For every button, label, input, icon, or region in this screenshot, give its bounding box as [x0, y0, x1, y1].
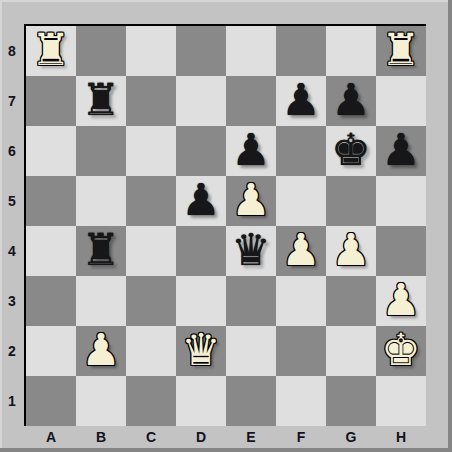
square-a3[interactable] [26, 276, 76, 326]
piece-white-pawn: ♟ [331, 228, 370, 272]
square-h4[interactable] [376, 226, 426, 276]
rank-label-2: 2 [0, 326, 24, 376]
square-f8[interactable] [276, 26, 326, 76]
piece-black-pawn: ♟ [281, 78, 320, 122]
piece-white-pawn: ♟ [381, 278, 420, 322]
file-label-e: E [226, 426, 276, 448]
square-g1[interactable] [326, 376, 376, 426]
square-h1[interactable] [376, 376, 426, 426]
square-g2[interactable] [326, 326, 376, 376]
square-b1[interactable] [76, 376, 126, 426]
piece-black-rook: ♜ [81, 78, 120, 122]
square-f2[interactable] [276, 326, 326, 376]
square-h8[interactable]: ♜ [376, 26, 426, 76]
piece-white-king: ♚ [381, 328, 420, 372]
square-a8[interactable]: ♜ [26, 26, 76, 76]
piece-white-rook: ♜ [31, 28, 70, 72]
square-b2[interactable]: ♟ [76, 326, 126, 376]
square-b8[interactable] [76, 26, 126, 76]
chess-board: ♜♜♜♟♟♟♚♟♟♟♜♛♟♟♟♟♛♚ [24, 24, 426, 426]
square-d5[interactable]: ♟ [176, 176, 226, 226]
square-d8[interactable] [176, 26, 226, 76]
file-label-c: C [126, 426, 176, 448]
piece-white-pawn: ♟ [281, 228, 320, 272]
file-label-d: D [176, 426, 226, 448]
file-label-a: A [26, 426, 76, 448]
square-f3[interactable] [276, 276, 326, 326]
piece-black-pawn: ♟ [331, 78, 370, 122]
square-f6[interactable] [276, 126, 326, 176]
square-a1[interactable] [26, 376, 76, 426]
square-d6[interactable] [176, 126, 226, 176]
rank-label-7: 7 [0, 76, 24, 126]
square-c1[interactable] [126, 376, 176, 426]
square-h2[interactable]: ♚ [376, 326, 426, 376]
square-a2[interactable] [26, 326, 76, 376]
square-d4[interactable] [176, 226, 226, 276]
piece-black-pawn: ♟ [231, 128, 270, 172]
square-c5[interactable] [126, 176, 176, 226]
chess-diagram-frame: 87654321 ♜♜♜♟♟♟♚♟♟♟♜♛♟♟♟♟♛♚ ABCDEFGH [0, 0, 452, 452]
square-b3[interactable] [76, 276, 126, 326]
square-d1[interactable] [176, 376, 226, 426]
file-label-f: F [276, 426, 326, 448]
rank-labels: 87654321 [0, 26, 24, 426]
square-c3[interactable] [126, 276, 176, 326]
square-h5[interactable] [376, 176, 426, 226]
square-a4[interactable] [26, 226, 76, 276]
square-e5[interactable]: ♟ [226, 176, 276, 226]
square-f4[interactable]: ♟ [276, 226, 326, 276]
square-e7[interactable] [226, 76, 276, 126]
square-e3[interactable] [226, 276, 276, 326]
square-d3[interactable] [176, 276, 226, 326]
file-label-h: H [376, 426, 426, 448]
square-b6[interactable] [76, 126, 126, 176]
rank-label-6: 6 [0, 126, 24, 176]
square-c6[interactable] [126, 126, 176, 176]
piece-black-rook: ♜ [81, 228, 120, 272]
file-label-g: G [326, 426, 376, 448]
square-g4[interactable]: ♟ [326, 226, 376, 276]
file-labels: ABCDEFGH [26, 426, 426, 452]
square-h7[interactable] [376, 76, 426, 126]
square-e6[interactable]: ♟ [226, 126, 276, 176]
square-f7[interactable]: ♟ [276, 76, 326, 126]
square-b4[interactable]: ♜ [76, 226, 126, 276]
square-e2[interactable] [226, 326, 276, 376]
piece-black-queen: ♛ [231, 228, 270, 272]
square-a7[interactable] [26, 76, 76, 126]
square-b7[interactable]: ♜ [76, 76, 126, 126]
square-h3[interactable]: ♟ [376, 276, 426, 326]
piece-white-pawn: ♟ [231, 178, 270, 222]
rank-label-3: 3 [0, 276, 24, 326]
piece-white-pawn: ♟ [81, 328, 120, 372]
square-e1[interactable] [226, 376, 276, 426]
square-g6[interactable]: ♚ [326, 126, 376, 176]
square-c2[interactable] [126, 326, 176, 376]
square-g3[interactable] [326, 276, 376, 326]
file-label-b: B [76, 426, 126, 448]
square-f1[interactable] [276, 376, 326, 426]
square-b5[interactable] [76, 176, 126, 226]
square-g5[interactable] [326, 176, 376, 226]
square-a5[interactable] [26, 176, 76, 226]
piece-black-king: ♚ [331, 128, 370, 172]
square-c7[interactable] [126, 76, 176, 126]
square-g8[interactable] [326, 26, 376, 76]
square-d7[interactable] [176, 76, 226, 126]
square-c4[interactable] [126, 226, 176, 276]
rank-label-5: 5 [0, 176, 24, 226]
square-f5[interactable] [276, 176, 326, 226]
square-g7[interactable]: ♟ [326, 76, 376, 126]
piece-white-rook: ♜ [381, 28, 420, 72]
square-h6[interactable]: ♟ [376, 126, 426, 176]
square-e8[interactable] [226, 26, 276, 76]
rank-label-4: 4 [0, 226, 24, 276]
piece-black-pawn: ♟ [181, 178, 220, 222]
square-e4[interactable]: ♛ [226, 226, 276, 276]
square-c8[interactable] [126, 26, 176, 76]
square-d2[interactable]: ♛ [176, 326, 226, 376]
rank-label-8: 8 [0, 26, 24, 76]
square-a6[interactable] [26, 126, 76, 176]
piece-white-queen: ♛ [181, 328, 220, 372]
rank-label-1: 1 [0, 376, 24, 426]
piece-black-pawn: ♟ [381, 128, 420, 172]
